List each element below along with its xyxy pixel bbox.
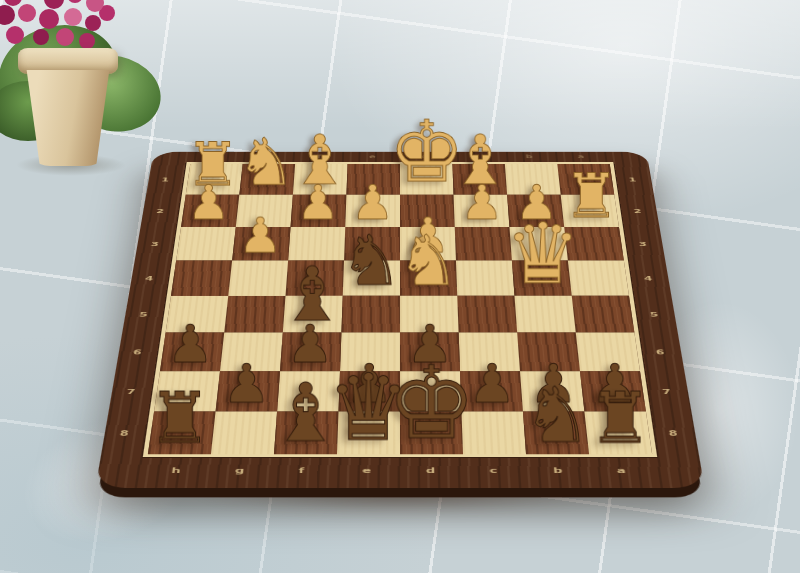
board-playing-area: ♜♞♝♚♝♟♟♟♟♟♜♟♟♞♞♛♝♟♟♟♟♟♟♟♟♜♝♛♚♞♜ — [143, 162, 657, 457]
square-c2: ♟ — [454, 195, 510, 227]
square-g1: ♞ — [239, 164, 295, 195]
white-pawn-h2: ♟ — [187, 180, 230, 225]
square-h2: ♟ — [181, 195, 239, 227]
square-g8 — [211, 412, 277, 455]
file-label-bottom-a: a — [616, 466, 626, 475]
rank-label-left-7: 7 — [126, 388, 136, 396]
square-e8: ♛ — [337, 412, 400, 455]
outdoor-glass-table-scene: ♜♞♝♚♝♟♟♟♟♟♜♟♟♞♞♛♝♟♟♟♟♟♟♟♟♜♝♛♚♞♜ 11223344… — [0, 0, 800, 573]
rank-label-right-2: 2 — [633, 208, 642, 215]
black-rook-h8: ♜ — [148, 384, 211, 451]
pot-body — [24, 70, 112, 166]
square-d1: ♚ — [400, 164, 454, 195]
chess-board: ♜♞♝♚♝♟♟♟♟♟♜♟♟♞♞♛♝♟♟♟♟♟♟♟♟♜♝♛♚♞♜ 11223344… — [95, 152, 704, 488]
square-f2: ♟ — [291, 195, 347, 227]
rank-label-left-1: 1 — [161, 177, 170, 183]
white-pawn-f2: ♟ — [297, 180, 340, 225]
black-knight-b8: ♞ — [523, 379, 591, 452]
file-label-top-b: b — [525, 154, 532, 159]
square-g5 — [224, 296, 285, 333]
rank-label-right-3: 3 — [638, 241, 647, 248]
white-knight-g1: ♞ — [237, 131, 295, 193]
rank-label-left-2: 2 — [156, 208, 165, 215]
rank-label-left-6: 6 — [132, 348, 142, 356]
square-a5 — [572, 296, 635, 333]
white-pawn-c2: ♟ — [461, 180, 504, 225]
square-b4: ♛ — [512, 261, 572, 296]
black-knight-e4: ♞ — [340, 228, 402, 294]
file-label-bottom-f: f — [298, 466, 304, 475]
file-label-bottom-b: b — [553, 466, 563, 475]
rank-label-right-6: 6 — [655, 348, 665, 356]
rank-label-left-5: 5 — [139, 311, 148, 319]
square-e5 — [341, 296, 400, 333]
rank-label-left-4: 4 — [145, 275, 154, 282]
square-b5 — [514, 296, 575, 333]
black-pawn-h6: ♟ — [167, 319, 214, 369]
rank-label-right-1: 1 — [628, 177, 637, 183]
square-h4 — [171, 261, 232, 296]
file-label-bottom-h: h — [171, 466, 181, 475]
square-h3 — [176, 227, 236, 261]
file-label-bottom-d: d — [426, 466, 435, 475]
black-pawn-g7: ♟ — [223, 358, 271, 409]
file-label-bottom-g: g — [235, 466, 245, 475]
square-h6: ♟ — [160, 333, 224, 372]
rank-label-right-8: 8 — [668, 429, 678, 438]
white-pawn-g3: ♟ — [238, 212, 282, 258]
rank-label-right-7: 7 — [661, 388, 671, 396]
square-c5 — [457, 296, 517, 333]
file-label-top-a: a — [577, 154, 584, 159]
white-pawn-e2: ♟ — [351, 180, 394, 225]
rank-label-left-3: 3 — [150, 241, 159, 248]
square-a8: ♜ — [584, 412, 652, 455]
square-c3 — [455, 227, 512, 261]
rank-label-right-4: 4 — [644, 275, 653, 282]
rank-label-right-5: 5 — [649, 311, 658, 319]
file-label-bottom-e: e — [362, 466, 371, 475]
file-label-bottom-c: c — [489, 466, 497, 475]
black-queen-e8: ♛ — [327, 364, 409, 451]
rank-label-left-8: 8 — [119, 429, 129, 438]
squares-grid: ♜♞♝♚♝♟♟♟♟♟♜♟♟♞♞♛♝♟♟♟♟♟♟♟♟♜♝♛♚♞♜ — [148, 164, 652, 454]
square-h8: ♜ — [148, 412, 216, 455]
square-d4: ♞ — [400, 261, 457, 296]
white-queen-b4: ♛ — [505, 214, 580, 293]
black-rook-a8: ♜ — [589, 384, 652, 451]
file-label-top-e: e — [369, 154, 376, 159]
white-knight-d4: ♞ — [397, 228, 459, 294]
square-e4: ♞ — [343, 261, 400, 296]
square-b8: ♞ — [523, 412, 589, 455]
